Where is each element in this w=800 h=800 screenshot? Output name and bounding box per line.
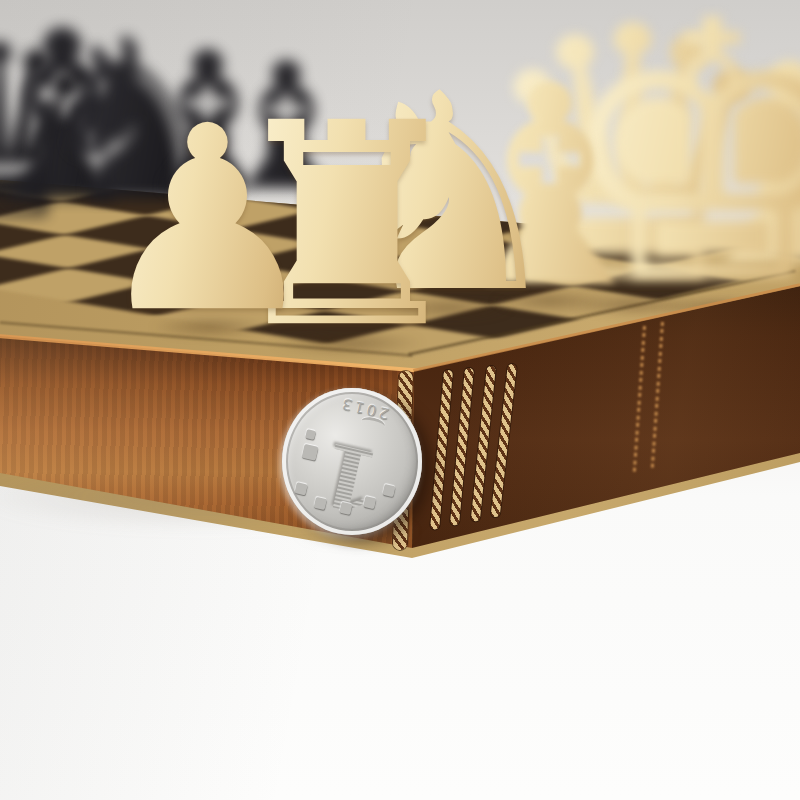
white-pawn: ♟ <box>90 92 325 347</box>
coin-star-mark <box>305 429 316 440</box>
photo-stage: ♛ ♝ ♞ ♝ ♝ ♝ ♛ ♚ ♝ ♞ ♜ ♟ 1 1 2013 <box>0 0 800 800</box>
coin-rim-character <box>294 482 307 495</box>
scale-coin: 1 1 2013 <box>282 388 422 535</box>
coin-rim-character <box>382 484 395 497</box>
